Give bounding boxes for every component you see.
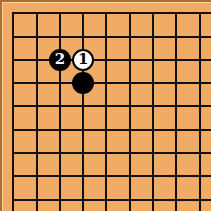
board-intersection [95, 72, 118, 95]
board-intersection [188, 118, 211, 141]
board-intersection [165, 118, 188, 141]
board-intersection [165, 165, 188, 188]
board-intersection [188, 48, 211, 71]
board-intersection [48, 2, 71, 25]
go-board: 21 [0, 0, 211, 211]
board-intersection: 2 [48, 48, 71, 71]
board-intersection [188, 165, 211, 188]
board-intersection [165, 25, 188, 48]
board-intersection [188, 25, 211, 48]
board-intersection [2, 95, 25, 118]
board-intersection [95, 25, 118, 48]
board-intersection [25, 141, 48, 164]
black-stone [72, 72, 94, 94]
board-intersection [95, 48, 118, 71]
board-intersection [2, 165, 25, 188]
board-intersection [141, 141, 164, 164]
board-intersection [25, 48, 48, 71]
white-stone: 1 [72, 49, 94, 71]
board-intersection [48, 72, 71, 95]
board-intersection [165, 2, 188, 25]
board-intersection [72, 2, 95, 25]
board-intersection [188, 72, 211, 95]
board-intersection [72, 141, 95, 164]
board-intersection [2, 72, 25, 95]
board-intersection [48, 25, 71, 48]
board-intersection [48, 95, 71, 118]
stone-label: 2 [55, 52, 65, 67]
board-intersection [95, 2, 118, 25]
board-intersection [95, 118, 118, 141]
board-intersection [25, 95, 48, 118]
board-intersection [118, 2, 141, 25]
board-intersection [188, 141, 211, 164]
board-intersection [165, 141, 188, 164]
board-intersection [72, 188, 95, 211]
board-intersection [48, 165, 71, 188]
board-intersection [2, 2, 25, 25]
board-intersection [25, 165, 48, 188]
board-intersection [141, 2, 164, 25]
board-intersection [25, 72, 48, 95]
board-intersection [25, 2, 48, 25]
board-intersection [141, 95, 164, 118]
board-intersection [141, 188, 164, 211]
board-intersection [188, 95, 211, 118]
board-intersection [165, 72, 188, 95]
board-intersection [25, 118, 48, 141]
board-intersection [72, 25, 95, 48]
board-intersection [2, 118, 25, 141]
board-intersection [2, 48, 25, 71]
board-intersection [165, 48, 188, 71]
board-intersection [95, 165, 118, 188]
board-grid: 21 [2, 2, 211, 211]
board-intersection [118, 25, 141, 48]
board-intersection: 1 [72, 48, 95, 71]
board-intersection [48, 141, 71, 164]
black-stone: 2 [49, 49, 71, 71]
board-intersection [188, 188, 211, 211]
board-intersection [2, 141, 25, 164]
board-intersection [72, 118, 95, 141]
board-intersection [118, 118, 141, 141]
board-intersection [95, 95, 118, 118]
board-intersection [118, 165, 141, 188]
board-intersection [141, 165, 164, 188]
stone-label: 1 [78, 52, 88, 67]
board-intersection [141, 118, 164, 141]
board-intersection [25, 25, 48, 48]
board-intersection [48, 118, 71, 141]
board-intersection [165, 188, 188, 211]
board-intersection [2, 188, 25, 211]
board-intersection [118, 72, 141, 95]
board-intersection [118, 188, 141, 211]
board-intersection [118, 141, 141, 164]
board-intersection [118, 48, 141, 71]
board-intersection [48, 188, 71, 211]
board-intersection [118, 95, 141, 118]
board-intersection [72, 72, 95, 95]
board-intersection [95, 141, 118, 164]
board-intersection [141, 25, 164, 48]
board-intersection [95, 188, 118, 211]
board-intersection [2, 25, 25, 48]
board-intersection [72, 165, 95, 188]
board-intersection [25, 188, 48, 211]
board-intersection [165, 95, 188, 118]
board-intersection [188, 2, 211, 25]
board-intersection [141, 72, 164, 95]
board-intersection [141, 48, 164, 71]
board-intersection [72, 95, 95, 118]
